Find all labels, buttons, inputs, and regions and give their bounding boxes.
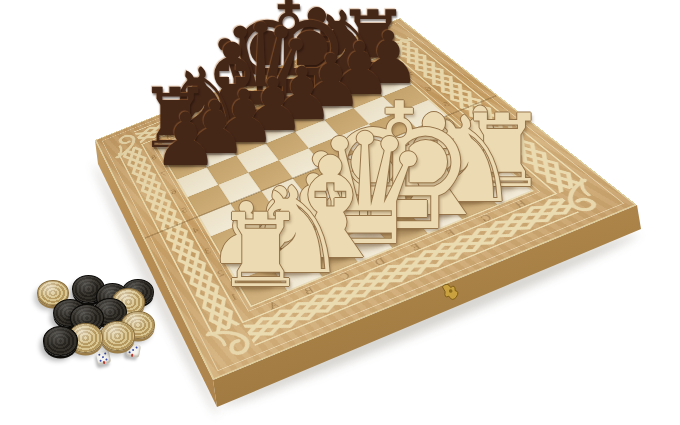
chess-piece-white-r[interactable]: ♜ xyxy=(215,200,306,302)
chess-piece-black-p[interactable]: ♟ xyxy=(153,103,219,176)
backgammon-checker-wood[interactable] xyxy=(100,321,135,350)
die-pip xyxy=(97,353,100,356)
die-pip xyxy=(104,352,107,355)
die-side-pip xyxy=(103,361,106,364)
product-photo-scene: AABBCCDDEEFFGGHH1122334455667788 ♜♞♝♛♚♝♞… xyxy=(0,0,680,425)
die-pip xyxy=(131,348,134,351)
die-pip xyxy=(101,355,104,358)
die-side-pip xyxy=(131,354,134,357)
die-showing-5[interactable] xyxy=(95,349,110,364)
die-pip xyxy=(99,359,102,362)
backgammon-checker-black[interactable] xyxy=(43,326,78,355)
die-pip xyxy=(105,358,108,361)
die-pip xyxy=(135,346,138,349)
die-pip xyxy=(128,351,131,354)
